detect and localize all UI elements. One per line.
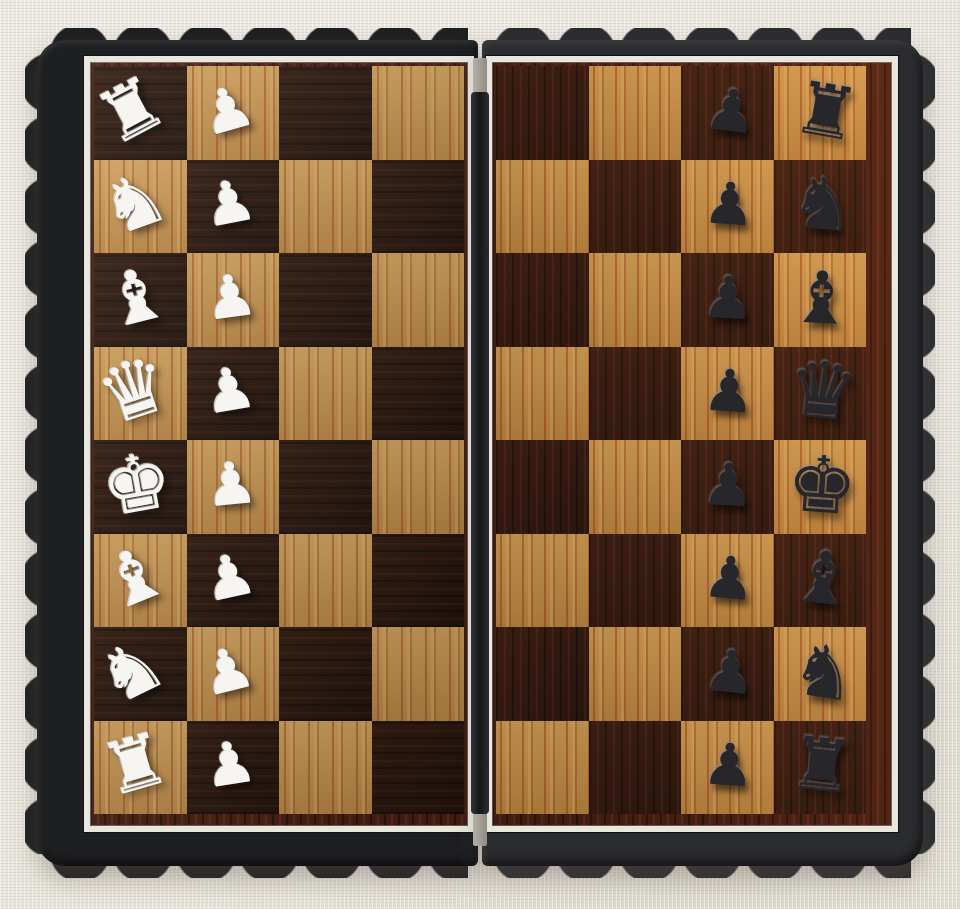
square-e7[interactable]: ♟ — [681, 440, 774, 534]
piece-white-pawn-e2[interactable]: ♟ — [202, 452, 259, 515]
piece-white-bishop-f1[interactable]: ♝ — [91, 532, 178, 623]
square-d2[interactable]: ♟ — [187, 347, 280, 441]
square-f5[interactable] — [496, 534, 589, 628]
square-d4[interactable] — [372, 347, 465, 441]
square-h1[interactable]: ♜ — [94, 721, 187, 815]
square-f1[interactable]: ♝ — [94, 534, 187, 628]
square-d7[interactable]: ♟ — [681, 347, 774, 441]
square-e2[interactable]: ♟ — [187, 440, 280, 534]
piece-black-rook-h8[interactable]: ♜ — [787, 726, 859, 804]
square-c7[interactable]: ♟ — [681, 253, 774, 347]
square-b3[interactable] — [279, 160, 372, 254]
piece-white-pawn-c2[interactable]: ♟ — [201, 265, 260, 329]
square-e3[interactable] — [279, 440, 372, 534]
hinge-bar — [471, 92, 489, 814]
square-a2[interactable]: ♟ — [187, 66, 280, 160]
square-g6[interactable] — [589, 627, 682, 721]
square-h7[interactable]: ♟ — [681, 721, 774, 815]
square-d6[interactable] — [589, 347, 682, 441]
square-e1[interactable]: ♚ — [94, 440, 187, 534]
square-f7[interactable]: ♟ — [681, 534, 774, 628]
piece-black-bishop-c8[interactable]: ♝ — [788, 260, 856, 335]
square-d3[interactable] — [279, 347, 372, 441]
square-g1[interactable]: ♞ — [94, 627, 187, 721]
square-a1[interactable]: ♜ — [94, 66, 187, 160]
square-b1[interactable]: ♞ — [94, 160, 187, 254]
square-d8[interactable]: ♛ — [774, 347, 867, 441]
square-c4[interactable] — [372, 253, 465, 347]
square-g4[interactable] — [372, 627, 465, 721]
square-a3[interactable] — [279, 66, 372, 160]
piece-white-pawn-g2[interactable]: ♟ — [195, 636, 260, 705]
square-d5[interactable] — [496, 347, 589, 441]
piece-white-knight-b1[interactable]: ♞ — [92, 158, 177, 248]
square-e8[interactable]: ♚ — [774, 440, 867, 534]
left-board-panel: ♜♟♞♟♝♟♛♟♚♟♝♟♞♟♜♟ — [25, 28, 478, 878]
square-c8[interactable]: ♝ — [774, 253, 867, 347]
piece-black-rook-a8[interactable]: ♜ — [789, 70, 865, 152]
square-e4[interactable] — [372, 440, 465, 534]
piece-black-pawn-a7[interactable]: ♟ — [702, 79, 761, 143]
square-g3[interactable] — [279, 627, 372, 721]
right-board-surface: ♟♜♟♞♟♝♟♛♟♚♟♝♟♞♟♜ — [486, 56, 898, 832]
piece-white-pawn-f2[interactable]: ♟ — [198, 543, 261, 611]
square-b2[interactable]: ♟ — [187, 160, 280, 254]
square-g2[interactable]: ♟ — [187, 627, 280, 721]
piece-black-knight-g8[interactable]: ♞ — [787, 631, 862, 712]
piece-black-knight-b8[interactable]: ♞ — [788, 165, 860, 243]
square-f8[interactable]: ♝ — [774, 534, 867, 628]
piece-black-pawn-c7[interactable]: ♟ — [701, 268, 755, 328]
piece-white-king-e1[interactable]: ♚ — [96, 439, 178, 528]
piece-white-knight-g1[interactable]: ♞ — [86, 624, 176, 717]
square-g7[interactable]: ♟ — [681, 627, 774, 721]
square-h4[interactable] — [372, 721, 465, 815]
square-h2[interactable]: ♟ — [187, 721, 280, 815]
left-board-grid: ♜♟♞♟♝♟♛♟♚♟♝♟♞♟♜♟ — [94, 66, 464, 814]
piece-black-pawn-b7[interactable]: ♟ — [702, 173, 758, 235]
piece-white-queen-d1[interactable]: ♛ — [89, 342, 180, 438]
piece-white-rook-a1[interactable]: ♜ — [86, 63, 177, 157]
piece-black-pawn-g7[interactable]: ♟ — [701, 640, 759, 703]
square-f6[interactable] — [589, 534, 682, 628]
piece-white-bishop-c1[interactable]: ♝ — [96, 254, 176, 339]
piece-white-pawn-d2[interactable]: ♟ — [199, 357, 260, 423]
square-b6[interactable] — [589, 160, 682, 254]
right-board-panel: ♟♜♟♞♟♝♟♛♟♚♟♝♟♞♟♜ — [482, 28, 935, 878]
photo-background: { "game": "chess", "scene": { "descripti… — [0, 0, 960, 909]
square-b5[interactable] — [496, 160, 589, 254]
piece-black-bishop-f8[interactable]: ♝ — [787, 539, 860, 618]
square-h5[interactable] — [496, 721, 589, 815]
square-c3[interactable] — [279, 253, 372, 347]
square-a6[interactable] — [589, 66, 682, 160]
right-board-grid: ♟♜♟♞♟♝♟♛♟♚♟♝♟♞♟♜ — [496, 66, 866, 814]
square-h6[interactable] — [589, 721, 682, 815]
piece-black-pawn-f7[interactable]: ♟ — [701, 547, 758, 609]
square-a4[interactable] — [372, 66, 465, 160]
square-f3[interactable] — [279, 534, 372, 628]
square-a8[interactable]: ♜ — [774, 66, 867, 160]
piece-black-queen-d8[interactable]: ♛ — [785, 349, 861, 433]
square-h3[interactable] — [279, 721, 372, 815]
square-h8[interactable]: ♜ — [774, 721, 867, 815]
piece-white-rook-h1[interactable]: ♜ — [94, 721, 176, 808]
piece-white-pawn-h2[interactable]: ♟ — [200, 732, 260, 797]
square-b7[interactable]: ♟ — [681, 160, 774, 254]
square-b8[interactable]: ♞ — [774, 160, 867, 254]
piece-black-pawn-d7[interactable]: ♟ — [701, 361, 756, 422]
square-a5[interactable] — [496, 66, 589, 160]
square-c5[interactable] — [496, 253, 589, 347]
square-d1[interactable]: ♛ — [94, 347, 187, 441]
piece-black-pawn-h7[interactable]: ♟ — [701, 734, 757, 796]
hinge-metal-bottom — [473, 812, 487, 846]
square-g5[interactable] — [496, 627, 589, 721]
square-a7[interactable]: ♟ — [681, 66, 774, 160]
square-f2[interactable]: ♟ — [187, 534, 280, 628]
piece-white-pawn-a2[interactable]: ♟ — [195, 75, 261, 145]
piece-white-pawn-b2[interactable]: ♟ — [198, 170, 260, 237]
square-e6[interactable] — [589, 440, 682, 534]
left-board-surface: ♜♟♞♟♝♟♛♟♚♟♝♟♞♟♜♟ — [84, 56, 474, 832]
square-e5[interactable] — [496, 440, 589, 534]
square-b4[interactable] — [372, 160, 465, 254]
square-g8[interactable]: ♞ — [774, 627, 867, 721]
square-f4[interactable] — [372, 534, 465, 628]
piece-black-king-e8[interactable]: ♚ — [784, 443, 859, 526]
square-c6[interactable] — [589, 253, 682, 347]
piece-black-pawn-e7[interactable]: ♟ — [701, 455, 756, 515]
square-c2[interactable]: ♟ — [187, 253, 280, 347]
square-c1[interactable]: ♝ — [94, 253, 187, 347]
